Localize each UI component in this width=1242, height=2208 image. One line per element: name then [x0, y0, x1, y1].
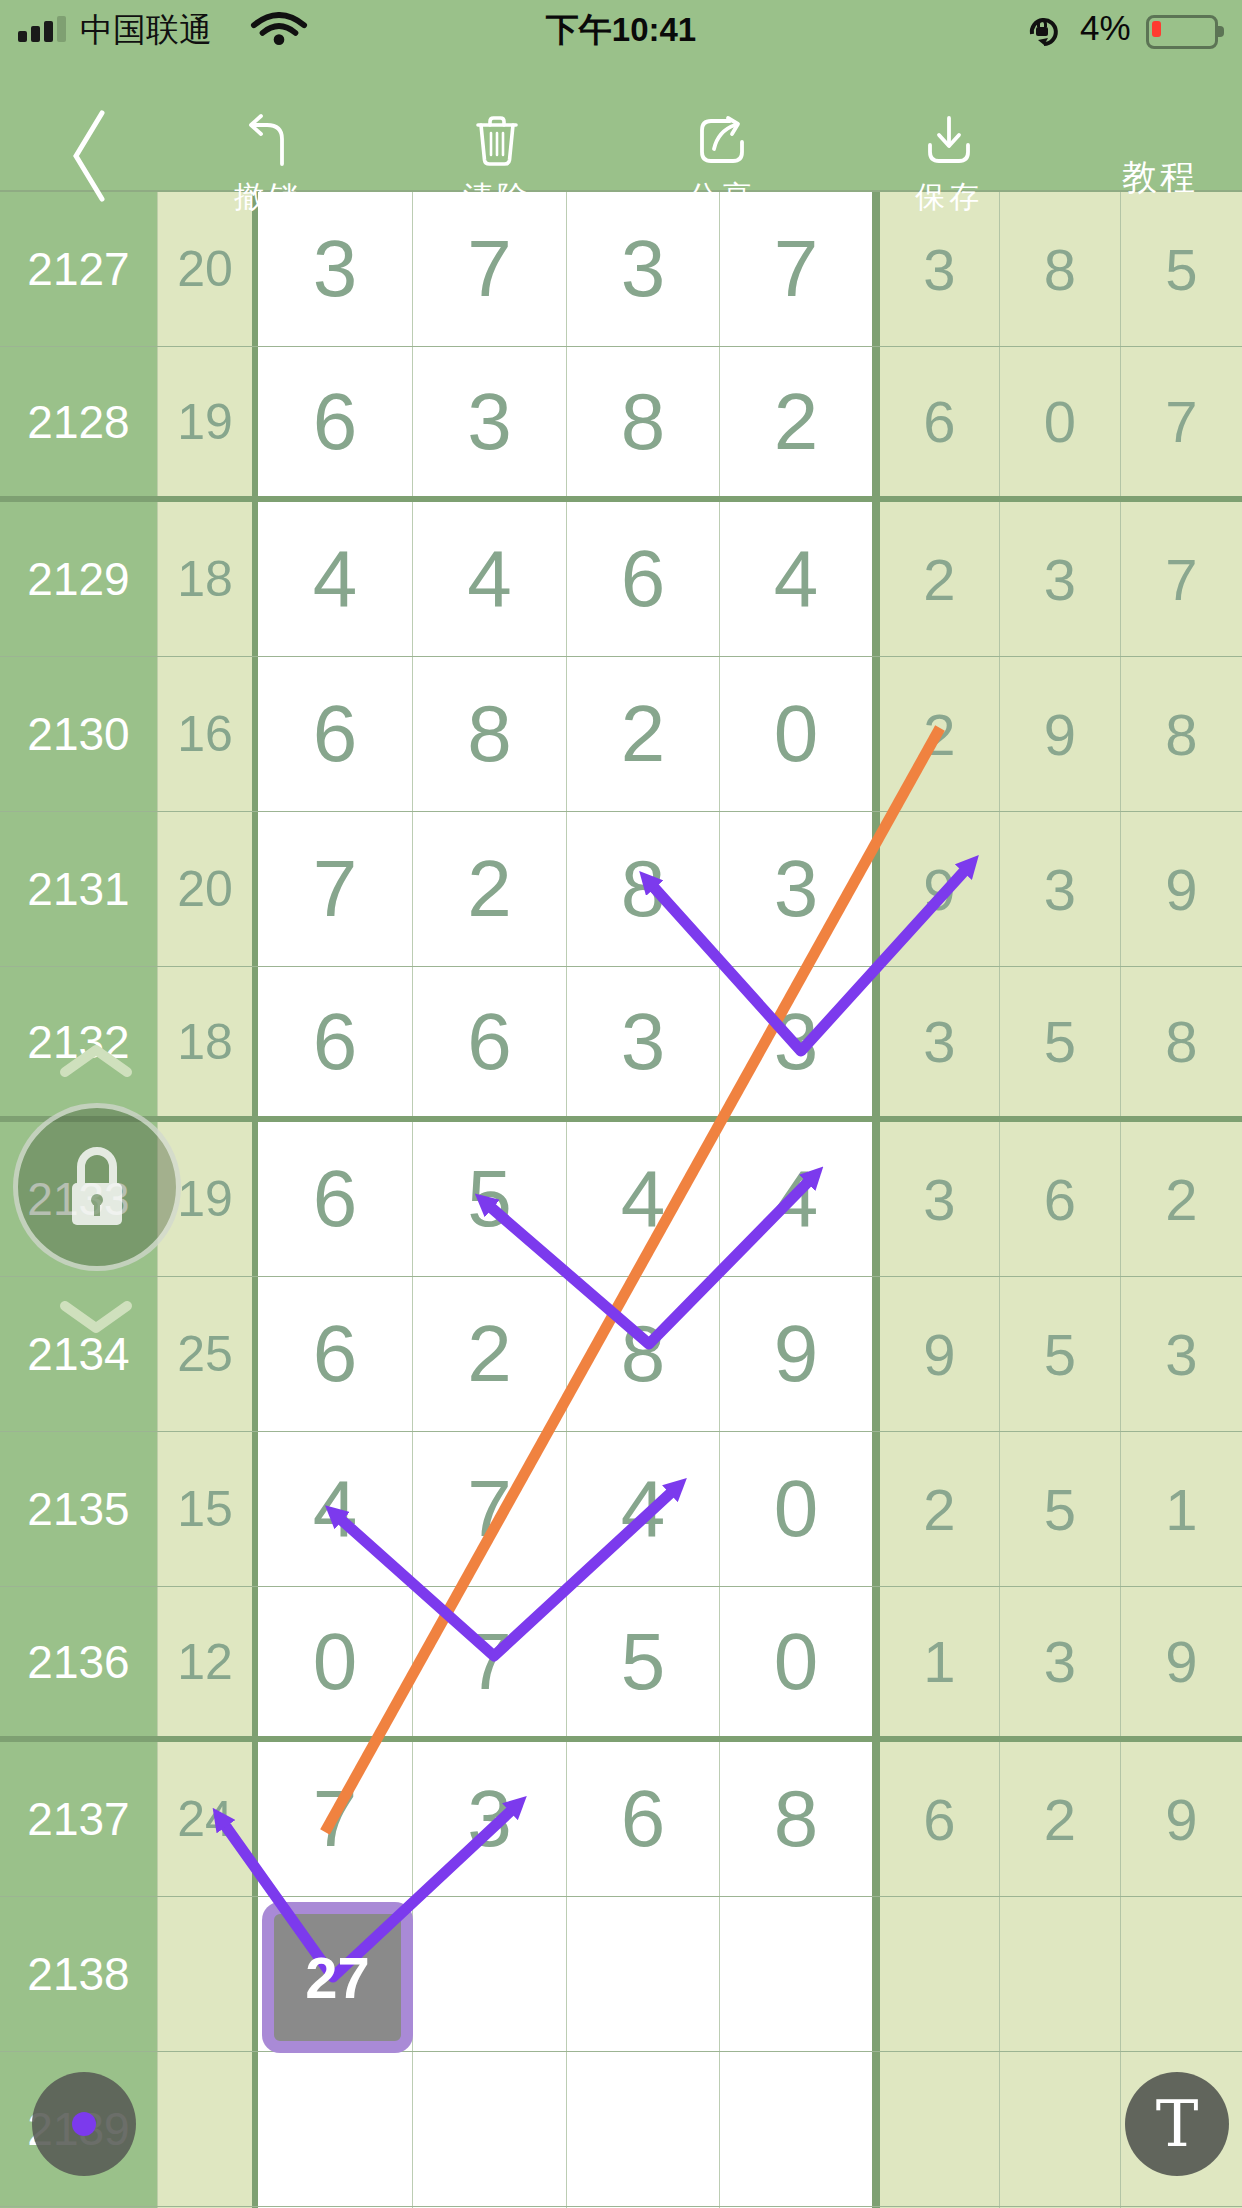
digit-cell[interactable]: 4 [720, 1122, 872, 1276]
trend-row: 2134256289953 [0, 1277, 1242, 1432]
digit-cell[interactable]: 3 [720, 967, 872, 1116]
divider [872, 1432, 880, 1586]
divider [872, 2052, 880, 2206]
sum-cell[interactable]: 19 [157, 347, 252, 496]
undo-button[interactable]: 撤销 [203, 112, 333, 218]
sum-cell[interactable]: 18 [157, 502, 252, 656]
extra-digit-cell[interactable] [880, 1897, 1000, 2051]
digit-cell[interactable]: 6 [258, 1122, 413, 1276]
digit-cell[interactable]: 7 [258, 1742, 413, 1896]
pen-color-swatch [72, 2112, 96, 2136]
extra-digit-cell[interactable]: 9 [1121, 1742, 1242, 1896]
extra-digit-cell[interactable]: 6 [880, 1742, 1000, 1896]
text-tool-button[interactable]: T [1125, 2072, 1229, 2176]
digit-cell[interactable]: 2 [413, 812, 567, 966]
trend-row: 2131207283939 [0, 812, 1242, 967]
clear-label: 清除 [463, 177, 531, 218]
tutorial-button[interactable]: 教程 [1100, 154, 1220, 201]
digit-cell[interactable]: 8 [567, 1277, 720, 1431]
digit-cell[interactable]: 6 [258, 657, 413, 811]
extra-digit-cell[interactable]: 2 [1000, 1742, 1121, 1896]
extra-digit-cell[interactable]: 9 [880, 1277, 1000, 1431]
app-screen: 中国联通 下午10:41 4% 撤销 [0, 0, 1242, 2208]
digit-cell[interactable]: 4 [720, 502, 872, 656]
digit-cell[interactable]: 2 [413, 1277, 567, 1431]
trend-row: 2133196544362 [0, 1122, 1242, 1277]
digit-cell[interactable] [567, 2052, 720, 2206]
divider [872, 347, 880, 496]
sum-cell[interactable]: 20 [157, 812, 252, 966]
sum-cell[interactable]: 15 [157, 1432, 252, 1586]
digit-cell[interactable] [413, 1897, 567, 2051]
back-button[interactable] [70, 108, 108, 204]
digit-cell[interactable]: 6 [258, 347, 413, 496]
range-handle-down-icon[interactable] [58, 1298, 134, 1336]
extra-digit-cell[interactable]: 3 [1000, 1587, 1121, 1736]
extra-digit-cell[interactable]: 9 [1121, 812, 1242, 966]
extra-digit-cell[interactable]: 9 [880, 812, 1000, 966]
period-cell: 2130 [0, 657, 157, 811]
digit-cell[interactable]: 6 [567, 502, 720, 656]
extra-digit-cell[interactable]: 3 [1000, 502, 1121, 656]
divider [872, 1897, 880, 2051]
share-icon [694, 112, 750, 168]
trend-row: 2130166820298 [0, 657, 1242, 812]
digit-cell[interactable]: 6 [413, 967, 567, 1116]
extra-digit-cell[interactable]: 2 [880, 657, 1000, 811]
extra-digit-cell[interactable]: 1 [1121, 1432, 1242, 1586]
divider [872, 1122, 880, 1276]
extra-digit-cell[interactable] [1000, 2052, 1121, 2206]
save-button[interactable]: 保存 [884, 112, 1014, 218]
extra-digit-cell[interactable]: 2 [1121, 1122, 1242, 1276]
extra-digit-cell[interactable]: 7 [1121, 502, 1242, 656]
digit-cell[interactable]: 8 [413, 657, 567, 811]
divider [872, 812, 880, 966]
extra-digit-cell[interactable]: 3 [880, 1122, 1000, 1276]
extra-digit-cell[interactable]: 8 [1000, 192, 1121, 346]
extra-digit-cell[interactable]: 2 [880, 502, 1000, 656]
lock-button[interactable] [13, 1103, 181, 1271]
divider [872, 1742, 880, 1896]
extra-digit-cell[interactable]: 5 [1000, 1277, 1121, 1431]
extra-digit-cell[interactable]: 5 [1000, 967, 1121, 1116]
digit-cell[interactable] [720, 1897, 872, 2051]
digit-cell[interactable]: 5 [567, 1587, 720, 1736]
digit-cell[interactable]: 7 [413, 1587, 567, 1736]
extra-digit-cell[interactable]: 1 [880, 1587, 1000, 1736]
period-cell: 2131 [0, 812, 157, 966]
period-cell: 2137 [0, 1742, 157, 1896]
extra-digit-cell[interactable]: 3 [880, 967, 1000, 1116]
sum-cell[interactable]: 18 [157, 967, 252, 1116]
pen-color-button[interactable] [32, 2072, 136, 2176]
trend-grid: 2127203737385212819638260721291844642372… [0, 190, 1242, 2208]
trend-row: 2138 [0, 1897, 1242, 2052]
digit-cell[interactable]: 5 [413, 1122, 567, 1276]
digit-cell[interactable]: 4 [258, 1432, 413, 1586]
digit-cell[interactable]: 8 [720, 1742, 872, 1896]
trash-icon [469, 112, 525, 168]
clear-button[interactable]: 清除 [432, 112, 562, 218]
lock-icon [65, 1145, 129, 1229]
toolbar: 撤销 清除 分享 保存 [0, 44, 1242, 190]
digit-cell[interactable]: 2 [567, 657, 720, 811]
digit-cell[interactable]: 4 [258, 502, 413, 656]
divider [872, 1277, 880, 1431]
rotation-lock-icon [1026, 14, 1068, 46]
extra-digit-cell[interactable]: 7 [1121, 347, 1242, 496]
trend-row: 2139 [0, 2052, 1242, 2207]
digit-cell[interactable]: 6 [258, 967, 413, 1116]
trend-row: 2135154740251 [0, 1432, 1242, 1587]
extra-digit-cell[interactable] [880, 2052, 1000, 2206]
period-cell: 2129 [0, 502, 157, 656]
extra-digit-cell[interactable]: 8 [1121, 967, 1242, 1116]
period-cell: 2135 [0, 1432, 157, 1586]
sum-cell[interactable]: 12 [157, 1587, 252, 1736]
digit-cell[interactable]: 9 [720, 1277, 872, 1431]
period-cell: 2136 [0, 1587, 157, 1736]
divider [872, 502, 880, 656]
extra-digit-cell[interactable]: 9 [1121, 1587, 1242, 1736]
trend-row: 2127203737385 [0, 192, 1242, 347]
extra-digit-cell[interactable] [1000, 1897, 1121, 2051]
digit-cell[interactable]: 7 [258, 812, 413, 966]
digit-cell[interactable]: 6 [567, 1742, 720, 1896]
digit-cell[interactable]: 8 [567, 812, 720, 966]
digit-cell[interactable] [567, 1897, 720, 2051]
share-label: 分享 [688, 177, 756, 218]
extra-digit-cell[interactable]: 2 [880, 1432, 1000, 1586]
digit-cell[interactable]: 0 [720, 1432, 872, 1586]
status-bar: 中国联通 下午10:41 4% [0, 0, 1242, 44]
period-cell: 2128 [0, 347, 157, 496]
trend-row: 2137247368629 [0, 1742, 1242, 1897]
extra-digit-cell[interactable]: 5 [1000, 1432, 1121, 1586]
extra-digit-cell[interactable]: 9 [1000, 657, 1121, 811]
share-button[interactable]: 分享 [657, 112, 787, 218]
extra-digit-cell[interactable]: 3 [1121, 1277, 1242, 1431]
digit-cell[interactable]: 3 [720, 812, 872, 966]
trend-row: 2136120750139 [0, 1587, 1242, 1742]
range-handle-up-icon[interactable] [58, 1042, 134, 1080]
digit-cell[interactable]: 8 [567, 347, 720, 496]
period-cell: 2138 [0, 1897, 157, 2051]
save-label: 保存 [915, 177, 983, 218]
digit-cell[interactable] [258, 2052, 413, 2206]
digit-cell[interactable]: 4 [567, 1122, 720, 1276]
save-icon [921, 112, 977, 168]
digit-cell[interactable]: 0 [258, 1587, 413, 1736]
undo-label: 撤销 [234, 177, 302, 218]
digit-cell[interactable]: 3 [413, 347, 567, 496]
extra-digit-cell[interactable]: 0 [1000, 347, 1121, 496]
selected-cell-value: 27 [262, 1902, 413, 2053]
digit-cell[interactable]: 6 [258, 1277, 413, 1431]
trend-row: 2129184464237 [0, 502, 1242, 657]
digit-cell[interactable]: 4 [413, 502, 567, 656]
digit-cell[interactable] [413, 2052, 567, 2206]
sum-cell[interactable] [157, 1897, 252, 2051]
digit-cell[interactable]: 2 [720, 347, 872, 496]
extra-digit-cell[interactable]: 8 [1121, 657, 1242, 811]
extra-digit-cell[interactable]: 5 [1121, 192, 1242, 346]
digit-cell[interactable]: 0 [720, 1587, 872, 1736]
digit-cell[interactable]: 0 [720, 657, 872, 811]
trend-row: 2128196382607 [0, 347, 1242, 502]
extra-digit-cell[interactable] [1121, 1897, 1242, 2051]
digit-cell[interactable]: 4 [567, 1432, 720, 1586]
digit-cell[interactable]: 3 [567, 967, 720, 1116]
sum-cell[interactable] [157, 2052, 252, 2206]
divider [872, 192, 880, 346]
digit-cell[interactable]: 7 [413, 1432, 567, 1586]
extra-digit-cell[interactable]: 3 [1000, 812, 1121, 966]
sum-cell[interactable]: 24 [157, 1742, 252, 1896]
battery-percent-label: 4% [1080, 8, 1131, 48]
period-cell: 2127 [0, 192, 157, 346]
undo-icon [240, 112, 296, 168]
divider [872, 1587, 880, 1736]
digit-cell[interactable] [720, 2052, 872, 2206]
extra-digit-cell[interactable]: 6 [880, 347, 1000, 496]
divider [872, 657, 880, 811]
extra-digit-cell[interactable]: 6 [1000, 1122, 1121, 1276]
digit-cell[interactable]: 3 [413, 1742, 567, 1896]
sum-cell[interactable]: 25 [157, 1277, 252, 1431]
divider [872, 967, 880, 1116]
sum-cell[interactable]: 16 [157, 657, 252, 811]
trend-row: 2132186633358 [0, 967, 1242, 1122]
